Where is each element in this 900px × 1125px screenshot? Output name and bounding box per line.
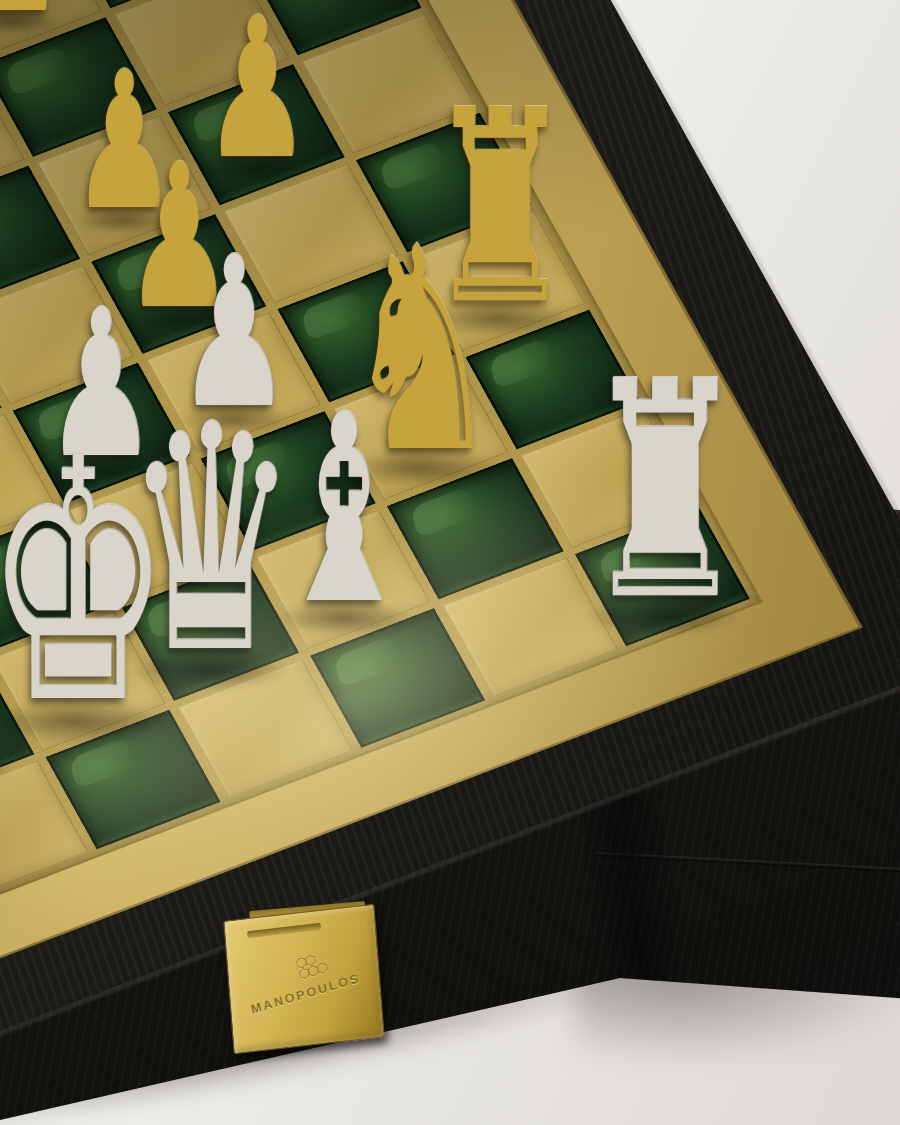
product-photo-scene: ♟♟♟♟♜♞♟♟♜♚♛♝♝ ⬡⬡ ⬡⬡⬡ MANOPOULOS: [0, 0, 900, 1125]
clasp-plate: ⬡⬡ ⬡⬡⬡ MANOPOULOS: [223, 904, 385, 1055]
clasp-slot: [247, 923, 321, 938]
honeycomb-logo-icon: ⬡⬡ ⬡⬡⬡: [295, 952, 328, 981]
